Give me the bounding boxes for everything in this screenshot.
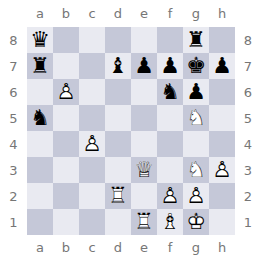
rank-label-right-3: 3: [235, 157, 261, 183]
square-a4[interactable]: [27, 131, 53, 157]
rank-label-right-2: 2: [235, 183, 261, 209]
file-label-top-c: c: [79, 0, 105, 27]
square-f6[interactable]: ♞: [157, 79, 183, 105]
square-f4[interactable]: [157, 131, 183, 157]
square-c4[interactable]: ♟♙: [79, 131, 105, 157]
rank-label-left-7: 7: [0, 53, 27, 79]
piece-white-queen[interactable]: ♛♕: [131, 157, 157, 183]
rank-label-right-6: 6: [235, 79, 261, 105]
square-a5[interactable]: ♞: [27, 105, 53, 131]
white-queen-glyph: ♕: [131, 157, 157, 183]
square-h4[interactable]: [209, 131, 235, 157]
file-label-bottom-c: c: [79, 235, 105, 259]
rank-label-left-3: 3: [0, 157, 27, 183]
white-pawn-glyph: ♙: [183, 183, 209, 209]
square-e1[interactable]: ♜♖: [131, 209, 157, 235]
square-d7[interactable]: ♝: [105, 53, 131, 79]
square-b1[interactable]: [53, 209, 79, 235]
square-g5[interactable]: ♞♘: [183, 105, 209, 131]
white-rook-glyph: ♖: [105, 183, 131, 209]
piece-white-pawn[interactable]: ♟♙: [209, 157, 235, 183]
piece-black-rook[interactable]: ♜: [183, 27, 209, 53]
square-b8[interactable]: [53, 27, 79, 53]
square-b5[interactable]: [53, 105, 79, 131]
square-g6[interactable]: ♟: [183, 79, 209, 105]
square-f2[interactable]: ♟♙: [157, 183, 183, 209]
square-e5[interactable]: [131, 105, 157, 131]
square-h2[interactable]: [209, 183, 235, 209]
rank-label-left-4: 4: [0, 131, 27, 157]
file-label-bottom-f: f: [157, 235, 183, 259]
rank-label-left-6: 6: [0, 79, 27, 105]
piece-white-knight[interactable]: ♞♘: [183, 157, 209, 183]
square-f5[interactable]: [157, 105, 183, 131]
rank-label-left-5: 5: [0, 105, 27, 131]
piece-black-pawn[interactable]: ♟: [157, 53, 183, 79]
square-d8[interactable]: [105, 27, 131, 53]
square-a7[interactable]: ♜: [27, 53, 53, 79]
white-knight-glyph: ♘: [183, 157, 209, 183]
rank-label-right-5: 5: [235, 105, 261, 131]
square-b2[interactable]: [53, 183, 79, 209]
square-g2[interactable]: ♟♙: [183, 183, 209, 209]
file-label-top-a: a: [27, 0, 53, 27]
square-h6[interactable]: [209, 79, 235, 105]
square-e4[interactable]: [131, 131, 157, 157]
rank-label-right-8: 8: [235, 27, 261, 53]
white-pawn-glyph: ♙: [79, 131, 105, 157]
square-a6[interactable]: [27, 79, 53, 105]
square-g1[interactable]: ♚♔: [183, 209, 209, 235]
square-f3[interactable]: [157, 157, 183, 183]
white-bishop-glyph: ♗: [157, 209, 183, 235]
square-g3[interactable]: ♞♘: [183, 157, 209, 183]
file-label-top-h: h: [209, 0, 235, 27]
file-label-top-e: e: [131, 0, 157, 27]
square-c8[interactable]: [79, 27, 105, 53]
square-h8[interactable]: [209, 27, 235, 53]
white-rook-glyph: ♖: [131, 209, 157, 235]
piece-black-king[interactable]: ♚: [183, 53, 209, 79]
piece-black-rook[interactable]: ♜: [27, 53, 53, 79]
square-b3[interactable]: [53, 157, 79, 183]
piece-black-knight[interactable]: ♞: [157, 79, 183, 105]
square-c6[interactable]: [79, 79, 105, 105]
white-king-glyph: ♔: [183, 209, 209, 235]
square-d2[interactable]: ♜♖: [105, 183, 131, 209]
piece-white-pawn[interactable]: ♟♙: [79, 131, 105, 157]
piece-white-rook[interactable]: ♜♖: [105, 183, 131, 209]
piece-black-pawn[interactable]: ♟: [209, 53, 235, 79]
square-c1[interactable]: [79, 209, 105, 235]
square-a3[interactable]: [27, 157, 53, 183]
square-g4[interactable]: [183, 131, 209, 157]
file-label-top-g: g: [183, 0, 209, 27]
rank-label-right-7: 7: [235, 53, 261, 79]
square-b6[interactable]: ♟♙: [53, 79, 79, 105]
file-label-bottom-d: d: [105, 235, 131, 259]
square-h3[interactable]: ♟♙: [209, 157, 235, 183]
file-label-bottom-a: a: [27, 235, 53, 259]
square-c3[interactable]: [79, 157, 105, 183]
file-label-bottom-g: g: [183, 235, 209, 259]
white-knight-glyph: ♘: [183, 105, 209, 131]
piece-white-pawn[interactable]: ♟♙: [157, 183, 183, 209]
white-pawn-glyph: ♙: [53, 79, 79, 105]
square-h1[interactable]: [209, 209, 235, 235]
square-d4[interactable]: [105, 131, 131, 157]
piece-white-pawn[interactable]: ♟♙: [53, 79, 79, 105]
file-label-top-f: f: [157, 0, 183, 27]
square-e3[interactable]: ♛♕: [131, 157, 157, 183]
square-f7[interactable]: ♟: [157, 53, 183, 79]
square-f1[interactable]: ♝♗: [157, 209, 183, 235]
square-c7[interactable]: [79, 53, 105, 79]
rank-label-left-2: 2: [0, 183, 27, 209]
square-h7[interactable]: ♟: [209, 53, 235, 79]
square-a2[interactable]: [27, 183, 53, 209]
white-pawn-glyph: ♙: [157, 183, 183, 209]
file-label-top-d: d: [105, 0, 131, 27]
chess-board: ♛♜♜♝♟♟♚♟♟♙♞♟♞♞♘♟♙♛♕♞♘♟♙♜♖♟♙♟♙♜♖♝♗♚♔: [27, 27, 235, 235]
piece-black-queen[interactable]: ♛: [27, 27, 53, 53]
white-pawn-glyph: ♙: [209, 157, 235, 183]
square-d5[interactable]: [105, 105, 131, 131]
square-d1[interactable]: [105, 209, 131, 235]
square-a1[interactable]: [27, 209, 53, 235]
piece-white-pawn[interactable]: ♟♙: [183, 183, 209, 209]
square-b4[interactable]: [53, 131, 79, 157]
chess-board-diagram: abcdefgh abcdefgh 87654321 87654321 ♛♜♜♝…: [0, 0, 261, 259]
rank-label-left-8: 8: [0, 27, 27, 53]
square-d6[interactable]: [105, 79, 131, 105]
piece-black-knight[interactable]: ♞: [27, 105, 53, 131]
square-e6[interactable]: [131, 79, 157, 105]
piece-white-bishop[interactable]: ♝♗: [157, 209, 183, 235]
square-a8[interactable]: ♛: [27, 27, 53, 53]
square-g7[interactable]: ♚: [183, 53, 209, 79]
square-c5[interactable]: [79, 105, 105, 131]
file-label-bottom-e: e: [131, 235, 157, 259]
piece-white-rook[interactable]: ♜♖: [131, 209, 157, 235]
square-d3[interactable]: [105, 157, 131, 183]
square-h5[interactable]: [209, 105, 235, 131]
rank-label-right-4: 4: [235, 131, 261, 157]
square-e8[interactable]: [131, 27, 157, 53]
piece-white-knight[interactable]: ♞♘: [183, 105, 209, 131]
square-b7[interactable]: [53, 53, 79, 79]
square-g8[interactable]: ♜: [183, 27, 209, 53]
piece-white-king[interactable]: ♚♔: [183, 209, 209, 235]
square-e2[interactable]: [131, 183, 157, 209]
piece-black-pawn[interactable]: ♟: [183, 79, 209, 105]
square-e7[interactable]: ♟: [131, 53, 157, 79]
piece-black-bishop[interactable]: ♝: [105, 53, 131, 79]
rank-label-right-1: 1: [235, 209, 261, 235]
piece-black-pawn[interactable]: ♟: [131, 53, 157, 79]
file-label-bottom-h: h: [209, 235, 235, 259]
file-label-top-b: b: [53, 0, 79, 27]
square-f8[interactable]: [157, 27, 183, 53]
rank-label-left-1: 1: [0, 209, 27, 235]
square-c2[interactable]: [79, 183, 105, 209]
file-label-bottom-b: b: [53, 235, 79, 259]
